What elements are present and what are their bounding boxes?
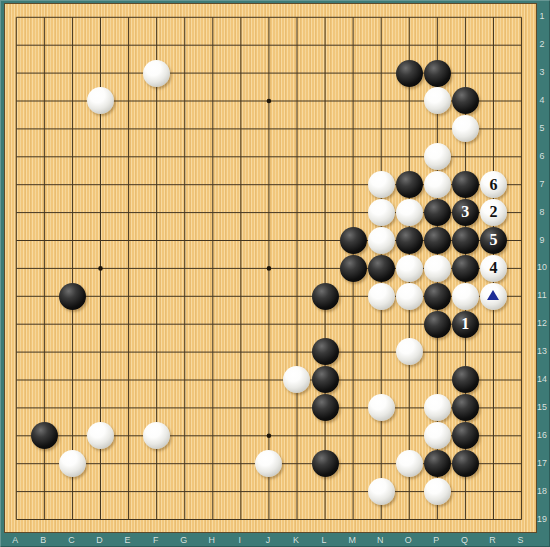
col-label-B: B xyxy=(40,536,46,545)
row-label-5: 5 xyxy=(539,123,544,132)
stone-black-L17[interactable] xyxy=(312,450,339,477)
col-label-R: R xyxy=(489,536,496,545)
stone-white-J17[interactable] xyxy=(255,450,282,477)
row-label-4: 4 xyxy=(539,96,544,105)
stone-white-P7[interactable] xyxy=(424,171,451,198)
go-board[interactable]: 632541 xyxy=(4,3,537,533)
stone-black-Q8[interactable]: 3 xyxy=(452,199,479,226)
stone-black-Q14[interactable] xyxy=(452,366,479,393)
stone-black-M9[interactable] xyxy=(340,227,367,254)
row-label-19: 19 xyxy=(537,514,547,523)
col-label-G: G xyxy=(180,536,187,545)
stone-white-D4[interactable] xyxy=(87,87,114,114)
stone-white-O8[interactable] xyxy=(396,199,423,226)
stone-black-L11[interactable] xyxy=(312,283,339,310)
stone-white-C17[interactable] xyxy=(59,450,86,477)
stone-white-R8[interactable]: 2 xyxy=(480,199,507,226)
col-label-E: E xyxy=(125,536,131,545)
stone-black-L15[interactable] xyxy=(312,394,339,421)
row-label-13: 13 xyxy=(537,347,547,356)
stone-black-C11[interactable] xyxy=(59,283,86,310)
stone-black-O7[interactable] xyxy=(396,171,423,198)
stone-white-O13[interactable] xyxy=(396,338,423,365)
col-label-O: O xyxy=(405,536,412,545)
col-label-A: A xyxy=(12,536,18,545)
stone-black-Q4[interactable] xyxy=(452,87,479,114)
stone-black-Q15[interactable] xyxy=(452,394,479,421)
stone-white-N11[interactable] xyxy=(368,283,395,310)
stone-black-Q9[interactable] xyxy=(452,227,479,254)
stone-white-P6[interactable] xyxy=(424,143,451,170)
stone-white-K14[interactable] xyxy=(283,366,310,393)
stone-black-Q17[interactable] xyxy=(452,450,479,477)
col-label-Q: Q xyxy=(461,536,468,545)
move-number-label: 5 xyxy=(489,231,497,249)
row-label-6: 6 xyxy=(539,151,544,160)
stone-white-P16[interactable] xyxy=(424,422,451,449)
stone-white-P15[interactable] xyxy=(424,394,451,421)
board-stones-layer: 632541 xyxy=(2,3,535,533)
stone-black-P12[interactable] xyxy=(424,311,451,338)
row-label-16: 16 xyxy=(537,430,547,439)
col-label-F: F xyxy=(153,536,159,545)
col-label-J: J xyxy=(266,536,271,545)
stone-black-Q7[interactable] xyxy=(452,171,479,198)
row-label-14: 14 xyxy=(537,375,547,384)
col-label-I: I xyxy=(239,536,242,545)
row-label-10: 10 xyxy=(537,263,547,272)
stone-white-F16[interactable] xyxy=(143,422,170,449)
stone-white-N7[interactable] xyxy=(368,171,395,198)
move-number-label: 6 xyxy=(489,176,497,194)
stone-white-O17[interactable] xyxy=(396,450,423,477)
stone-black-B16[interactable] xyxy=(31,422,58,449)
stone-white-F3[interactable] xyxy=(143,60,170,87)
stone-white-R10[interactable]: 4 xyxy=(480,255,507,282)
stone-black-P17[interactable] xyxy=(424,450,451,477)
stone-white-R11[interactable] xyxy=(480,283,507,310)
row-label-3: 3 xyxy=(539,68,544,77)
move-number-label: 1 xyxy=(461,315,469,333)
row-label-11: 11 xyxy=(537,291,546,300)
col-label-M: M xyxy=(348,536,356,545)
stone-black-P3[interactable] xyxy=(424,60,451,87)
stone-black-N10[interactable] xyxy=(368,255,395,282)
stone-black-L14[interactable] xyxy=(312,366,339,393)
stone-black-P9[interactable] xyxy=(424,227,451,254)
row-label-8: 8 xyxy=(539,207,544,216)
stone-black-P8[interactable] xyxy=(424,199,451,226)
stone-white-Q11[interactable] xyxy=(452,283,479,310)
col-label-P: P xyxy=(433,536,439,545)
row-label-12: 12 xyxy=(537,319,547,328)
row-label-1: 1 xyxy=(539,12,544,21)
stone-black-M10[interactable] xyxy=(340,255,367,282)
move-number-label: 3 xyxy=(461,203,469,221)
stone-white-O11[interactable] xyxy=(396,283,423,310)
triangle-marker-icon xyxy=(487,290,499,300)
stone-black-O3[interactable] xyxy=(396,60,423,87)
row-label-18: 18 xyxy=(537,486,547,495)
stone-white-P18[interactable] xyxy=(424,478,451,505)
stone-black-L13[interactable] xyxy=(312,338,339,365)
stone-black-Q10[interactable] xyxy=(452,255,479,282)
stone-white-N18[interactable] xyxy=(368,478,395,505)
col-label-C: C xyxy=(68,536,75,545)
row-label-15: 15 xyxy=(537,402,547,411)
stone-white-N15[interactable] xyxy=(368,394,395,421)
row-label-2: 2 xyxy=(539,40,544,49)
stone-black-Q16[interactable] xyxy=(452,422,479,449)
go-board-screen: 632541 ABCDEFGHIJKLMNOPQRS 1234567891011… xyxy=(0,0,550,547)
row-label-9: 9 xyxy=(539,235,544,244)
stone-white-R7[interactable]: 6 xyxy=(480,171,507,198)
stone-white-P10[interactable] xyxy=(424,255,451,282)
stone-black-P11[interactable] xyxy=(424,283,451,310)
stone-white-D16[interactable] xyxy=(87,422,114,449)
stone-white-P4[interactable] xyxy=(424,87,451,114)
stone-white-O10[interactable] xyxy=(396,255,423,282)
stone-black-R9[interactable]: 5 xyxy=(480,227,507,254)
col-label-K: K xyxy=(293,536,299,545)
col-label-S: S xyxy=(518,536,524,545)
stone-black-Q12[interactable]: 1 xyxy=(452,311,479,338)
col-label-N: N xyxy=(377,536,384,545)
stone-white-N8[interactable] xyxy=(368,199,395,226)
stone-black-O9[interactable] xyxy=(396,227,423,254)
row-label-7: 7 xyxy=(539,179,544,188)
move-number-label: 4 xyxy=(489,259,497,277)
col-label-H: H xyxy=(209,536,216,545)
row-label-17: 17 xyxy=(537,458,547,467)
col-label-D: D xyxy=(96,536,103,545)
move-number-label: 2 xyxy=(489,203,497,221)
col-label-L: L xyxy=(322,536,327,545)
stone-white-N9[interactable] xyxy=(368,227,395,254)
stone-white-Q5[interactable] xyxy=(452,115,479,142)
